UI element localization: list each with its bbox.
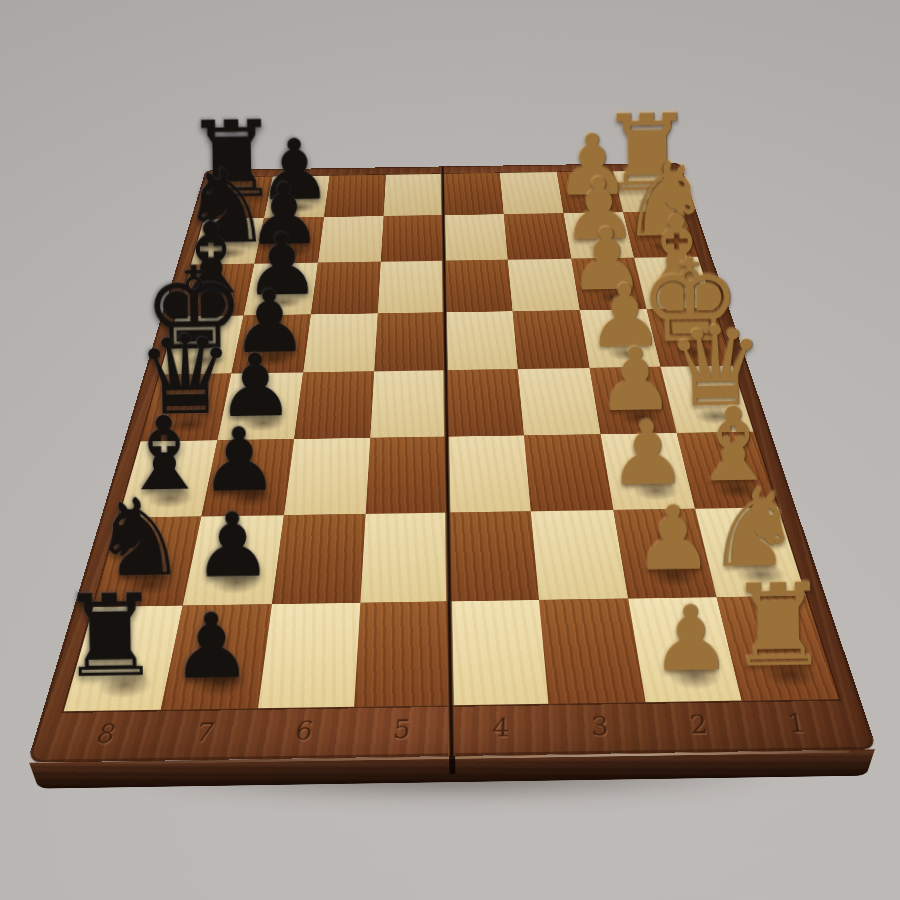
piece-contact-shadow xyxy=(748,656,833,694)
square-f2[interactable]: ♟ xyxy=(571,258,647,310)
rank-label-7: 7 xyxy=(151,716,258,748)
square-d1[interactable]: ♛ xyxy=(661,366,754,433)
square-b5[interactable] xyxy=(361,513,450,603)
black-bishop-f8[interactable]: ♝ xyxy=(167,212,257,307)
square-c1[interactable]: ♝ xyxy=(677,432,778,509)
piece-contact-shadow xyxy=(156,412,221,436)
square-h5[interactable] xyxy=(384,174,444,216)
piece-contact-shadow xyxy=(571,195,620,210)
white-rook-h1[interactable]: ♜ xyxy=(598,103,695,205)
square-c8[interactable]: ♝ xyxy=(119,440,217,518)
rank-label-1: 1 xyxy=(745,707,849,739)
piece-contact-shadow xyxy=(232,411,295,435)
square-c7[interactable]: ♟ xyxy=(201,439,294,517)
piece-contact-shadow xyxy=(135,485,205,513)
square-h1[interactable]: ♜ xyxy=(613,170,683,212)
white-pawn-e2[interactable]: ♟ xyxy=(586,274,664,357)
square-e7[interactable]: ♟ xyxy=(231,314,310,373)
piece-contact-shadow xyxy=(275,200,324,215)
board-front-edge xyxy=(29,749,875,788)
camera-tilt-wrapper: ♜♟♟♜♞♟♟♞♝♟♟♝♚♟♟♚♛♟♟♛♝♟♟♝♞♟♟♞♜♟♟♜ 8765432… xyxy=(0,0,900,900)
piece-contact-shadow xyxy=(684,404,749,428)
square-e3[interactable] xyxy=(512,310,589,369)
square-g3[interactable] xyxy=(503,213,571,260)
square-a1[interactable]: ♜ xyxy=(717,595,839,700)
piece-contact-shadow xyxy=(111,568,187,601)
square-d2[interactable]: ♟ xyxy=(589,367,677,434)
square-a5[interactable] xyxy=(354,601,451,707)
black-rook-a8[interactable]: ♜ xyxy=(59,582,163,692)
piece-contact-shadow xyxy=(637,560,712,592)
square-d4[interactable] xyxy=(446,369,524,436)
piece-contact-shadow xyxy=(174,349,234,370)
black-pawn-f7[interactable]: ♟ xyxy=(243,224,321,306)
square-g1[interactable]: ♞ xyxy=(623,211,697,258)
rank-labels: 87654321 xyxy=(51,702,853,755)
square-c3[interactable] xyxy=(524,434,613,511)
square-b4[interactable] xyxy=(448,511,538,601)
square-g4[interactable] xyxy=(444,214,508,261)
square-b6[interactable] xyxy=(272,514,366,604)
white-pawn-b2[interactable]: ♟ xyxy=(633,496,714,581)
piece-contact-shadow xyxy=(179,664,259,702)
chess-board: ♜♟♟♜♞♟♟♞♝♟♟♝♚♟♟♚♛♟♟♛♝♟♟♝♞♟♟♞♜♟♟♜ 8765432… xyxy=(27,163,877,763)
white-bishop-f1[interactable]: ♝ xyxy=(632,204,722,299)
piece-contact-shadow xyxy=(655,657,737,695)
piece-contact-shadow xyxy=(200,567,273,600)
square-h8[interactable]: ♜ xyxy=(204,177,273,219)
black-pawn-e7[interactable]: ♟ xyxy=(231,280,309,363)
black-pawn-c7[interactable]: ♟ xyxy=(199,417,279,501)
square-g5[interactable] xyxy=(381,215,444,262)
piece-contact-shadow xyxy=(609,405,673,429)
piece-contact-shadow xyxy=(189,294,245,313)
square-f7[interactable]: ♟ xyxy=(243,263,317,316)
square-f3[interactable] xyxy=(508,259,580,311)
square-f5[interactable] xyxy=(378,261,445,313)
square-e2[interactable]: ♟ xyxy=(580,309,661,368)
piece-contact-shadow xyxy=(256,293,311,312)
square-h3[interactable] xyxy=(500,172,564,214)
square-d6[interactable] xyxy=(294,371,375,438)
square-e4[interactable] xyxy=(445,311,518,370)
white-pawn-a2[interactable]: ♟ xyxy=(650,595,732,682)
square-g7[interactable]: ♟ xyxy=(254,217,324,264)
white-queen-d1[interactable]: ♛ xyxy=(666,315,766,420)
square-f6[interactable] xyxy=(311,262,381,315)
white-rook-a1[interactable]: ♜ xyxy=(727,571,831,681)
square-g2[interactable]: ♟ xyxy=(563,212,634,259)
square-b1[interactable]: ♞ xyxy=(695,507,805,596)
piece-contact-shadow xyxy=(216,201,266,216)
white-pawn-g2[interactable]: ♟ xyxy=(561,169,638,250)
square-f8[interactable]: ♝ xyxy=(176,264,254,317)
black-pawn-d7[interactable]: ♟ xyxy=(216,344,295,427)
square-b8[interactable]: ♞ xyxy=(94,516,202,606)
piece-contact-shadow xyxy=(702,476,773,504)
black-pawn-g7[interactable]: ♟ xyxy=(246,174,323,255)
square-d7[interactable]: ♟ xyxy=(217,372,303,440)
black-pawn-b7[interactable]: ♟ xyxy=(192,503,273,588)
square-h6[interactable] xyxy=(324,175,386,217)
piece-contact-shadow xyxy=(630,194,680,209)
square-b7[interactable]: ♟ xyxy=(183,515,284,605)
square-d3[interactable] xyxy=(518,368,601,435)
piece-contact-shadow xyxy=(723,559,800,591)
black-knight-g8[interactable]: ♞ xyxy=(180,158,273,257)
square-a8[interactable]: ♜ xyxy=(64,605,183,711)
black-pawn-h7[interactable]: ♟ xyxy=(256,129,332,210)
front-edge-seam-notch xyxy=(449,756,455,775)
perspective-stage: ♜♟♟♜♞♟♟♞♝♟♟♝♚♟♟♚♛♟♟♛♝♟♟♝♞♟♟♞♜♟♟♜ 8765432… xyxy=(0,0,900,900)
white-knight-b1[interactable]: ♞ xyxy=(705,477,803,580)
square-a6[interactable] xyxy=(257,602,360,708)
rank-label-6: 6 xyxy=(251,715,356,747)
piece-contact-shadow xyxy=(622,477,691,505)
piece-contact-shadow xyxy=(588,288,644,307)
piece-contact-shadow xyxy=(83,666,166,704)
square-f4[interactable] xyxy=(444,260,512,312)
square-a2[interactable]: ♟ xyxy=(628,597,742,702)
piece-contact-shadow xyxy=(266,244,317,261)
square-d8[interactable]: ♛ xyxy=(141,374,232,442)
white-pawn-f2[interactable]: ♟ xyxy=(568,218,646,300)
piece-contact-shadow xyxy=(217,483,285,511)
square-c6[interactable] xyxy=(284,438,371,516)
piece-contact-shadow xyxy=(653,287,710,306)
rank-label-8: 8 xyxy=(51,718,160,750)
square-d5[interactable] xyxy=(370,370,447,437)
black-rook-h8[interactable]: ♜ xyxy=(183,109,280,211)
black-knight-b8[interactable]: ♞ xyxy=(91,486,189,589)
white-knight-g1[interactable]: ♞ xyxy=(619,151,712,250)
white-king-e1[interactable]: ♚ xyxy=(638,246,742,356)
square-h7[interactable]: ♟ xyxy=(264,176,329,218)
rank-label-2: 2 xyxy=(648,709,750,741)
white-bishop-c1[interactable]: ♝ xyxy=(687,396,779,494)
rank-label-3: 3 xyxy=(550,710,650,742)
square-c5[interactable] xyxy=(366,436,448,513)
square-a3[interactable] xyxy=(539,598,645,703)
white-pawn-d2[interactable]: ♟ xyxy=(596,338,675,421)
square-e8[interactable]: ♚ xyxy=(160,315,244,374)
board-grid: ♜♟♟♜♞♟♟♞♝♟♟♝♚♟♟♚♛♟♟♛♝♟♟♝♞♟♟♞♜♟♟♜ xyxy=(64,170,839,711)
square-g8[interactable]: ♞ xyxy=(191,218,264,265)
black-bishop-c8[interactable]: ♝ xyxy=(118,405,210,503)
square-g6[interactable] xyxy=(318,216,384,263)
square-a7[interactable]: ♟ xyxy=(161,604,272,710)
square-a4[interactable] xyxy=(450,600,549,706)
piece-contact-shadow xyxy=(245,348,303,369)
black-pawn-a7[interactable]: ♟ xyxy=(171,603,253,690)
rank-label-4: 4 xyxy=(450,712,550,744)
square-f1[interactable]: ♝ xyxy=(634,257,714,309)
square-e6[interactable] xyxy=(303,313,378,372)
black-queen-d8[interactable]: ♛ xyxy=(136,323,236,428)
square-c2[interactable]: ♟ xyxy=(600,433,695,510)
square-h2[interactable]: ♟ xyxy=(557,171,624,213)
piece-contact-shadow xyxy=(668,342,729,363)
black-king-e8[interactable]: ♚ xyxy=(143,254,247,364)
front-edge-sheen xyxy=(72,750,850,765)
square-b2[interactable]: ♟ xyxy=(613,509,717,599)
piece-contact-shadow xyxy=(203,245,256,262)
square-e5[interactable] xyxy=(374,312,446,371)
photo-scene: ♜♟♟♜♞♟♟♞♝♟♟♝♚♟♟♚♛♟♟♛♝♟♟♝♞♟♟♞♜♟♟♜ 8765432… xyxy=(0,0,900,900)
square-b3[interactable] xyxy=(531,510,628,600)
square-c4[interactable] xyxy=(447,435,531,512)
white-pawn-c2[interactable]: ♟ xyxy=(607,411,687,495)
white-pawn-h2[interactable]: ♟ xyxy=(554,125,630,206)
piece-contact-shadow xyxy=(641,238,694,255)
rank-label-5: 5 xyxy=(351,713,453,745)
square-h4[interactable] xyxy=(443,173,504,215)
fold-seam xyxy=(441,166,455,756)
square-e1[interactable]: ♚ xyxy=(647,308,733,367)
piece-contact-shadow xyxy=(598,343,657,364)
piece-contact-shadow xyxy=(579,239,631,256)
